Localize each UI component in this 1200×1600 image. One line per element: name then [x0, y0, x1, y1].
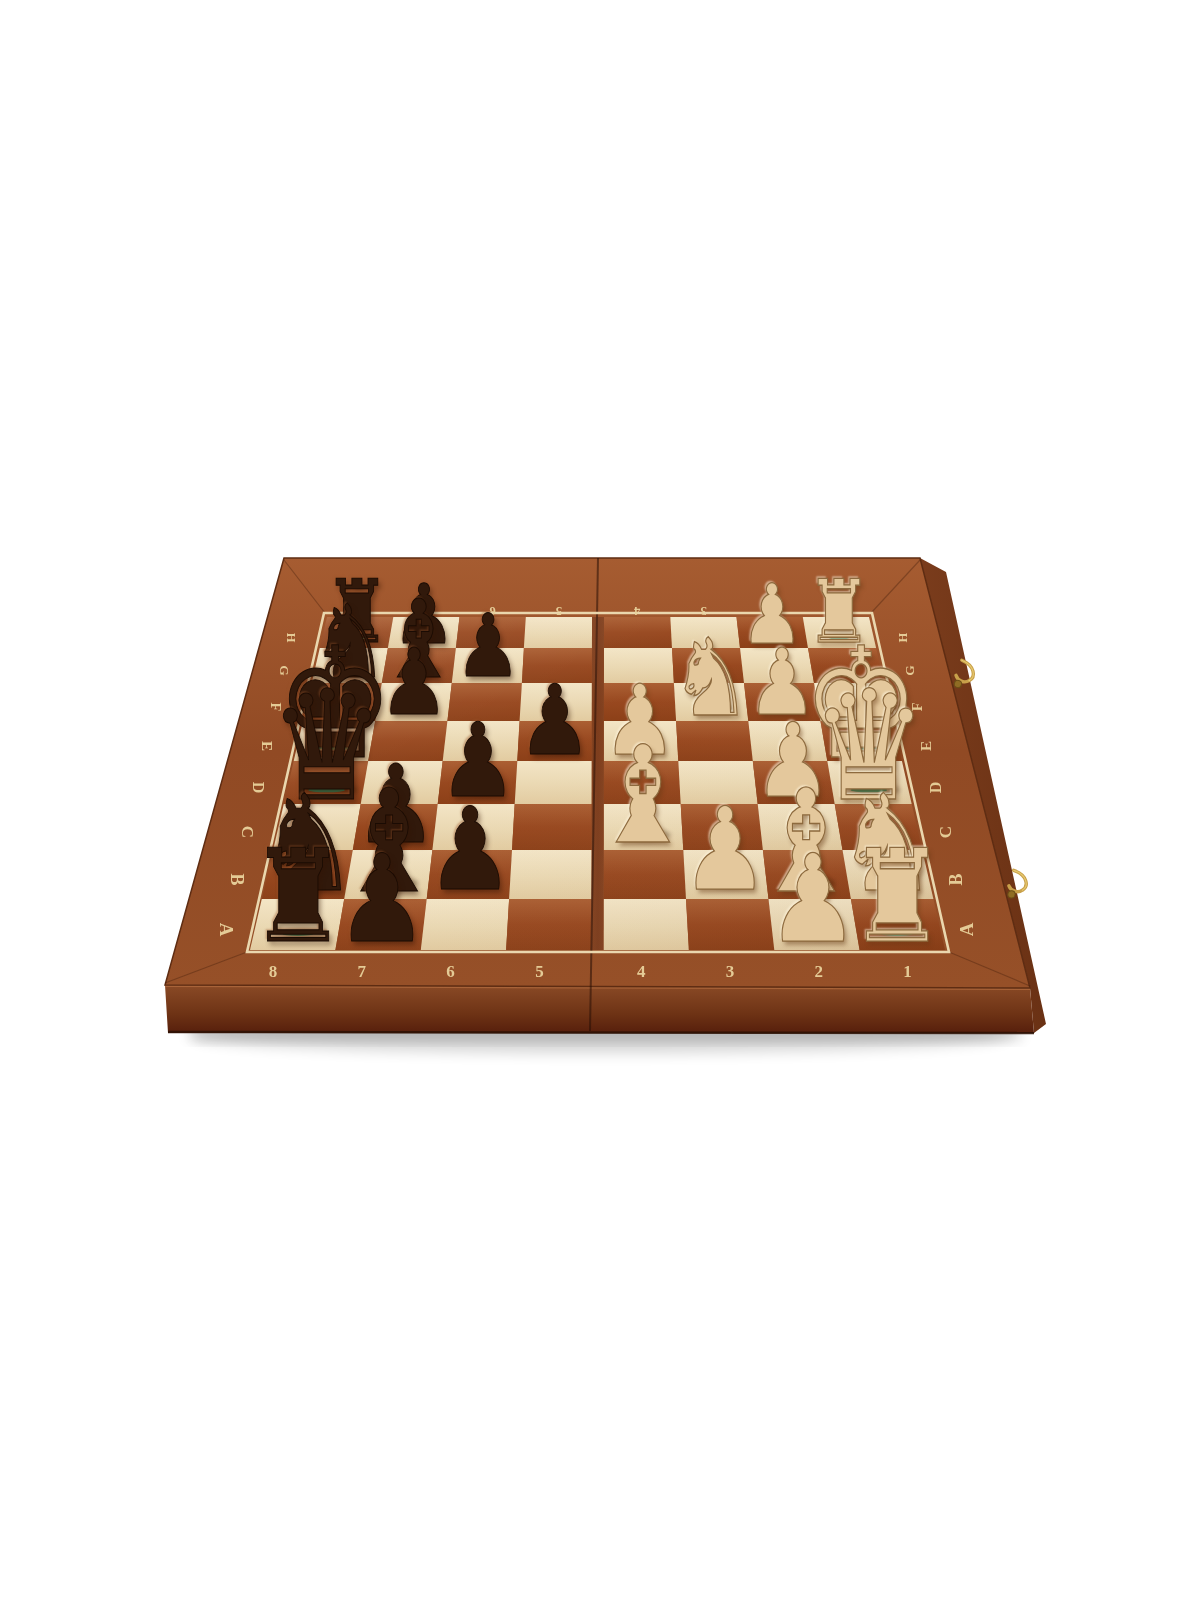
label-front-rank-4: 4	[637, 962, 646, 981]
square-b5[interactable]	[509, 850, 592, 899]
label-right-file-b: B	[946, 873, 966, 885]
label-front-rank-6: 6	[446, 962, 455, 981]
piece-black-rook-a8[interactable]: ♜	[249, 833, 347, 961]
piece-black-pawn-a7[interactable]: ♟	[336, 839, 428, 960]
label-back-rank-4: 4	[633, 604, 640, 618]
piece-white-pawn-a2[interactable]: ♟	[767, 839, 859, 960]
front-face-bottom-edge	[168, 1032, 1034, 1033]
label-back-rank-5: 5	[556, 604, 562, 618]
piece-white-rook-a1[interactable]: ♜	[848, 833, 946, 961]
board-front-face	[165, 985, 1034, 1033]
square-a5[interactable]	[506, 899, 591, 950]
piece-black-pawn-e5[interactable]: ♟	[518, 672, 592, 769]
piece-black-pawn-b6[interactable]: ♟	[426, 794, 513, 908]
piece-white-bishop-c4[interactable]: ♝	[592, 729, 695, 864]
square-h5[interactable]	[524, 617, 592, 648]
label-front-rank-5: 5	[535, 962, 544, 981]
chessboard-photo: HGFEDCBAHGFEDCBA8765432187654321 ♜♟♟♜♞♝♟…	[0, 0, 1200, 1600]
piece-black-pawn-g6[interactable]: ♟	[455, 604, 521, 691]
square-c5[interactable]	[512, 804, 592, 850]
label-front-rank-3: 3	[726, 962, 735, 981]
label-left-file-a: A	[216, 923, 237, 937]
piece-white-knight-f3[interactable]: ♞	[670, 625, 752, 732]
label-right-file-a: A	[956, 922, 977, 936]
label-left-file-b: B	[227, 874, 247, 886]
square-a4[interactable]	[604, 899, 689, 950]
square-h4[interactable]	[604, 617, 672, 648]
